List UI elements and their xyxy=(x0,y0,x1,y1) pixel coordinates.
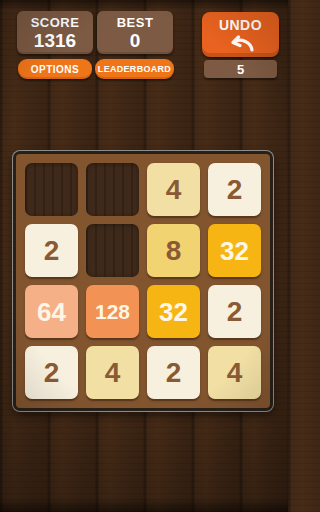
tile-32: 32 xyxy=(208,224,261,277)
best-value: 0 xyxy=(130,30,141,51)
tile-2: 2 xyxy=(147,346,200,399)
options-button[interactable]: OPTIONS xyxy=(18,59,92,79)
empty-cell xyxy=(86,163,139,216)
score-value: 1316 xyxy=(34,30,76,51)
undo-count-badge: 5 xyxy=(204,60,277,78)
empty-cell xyxy=(86,224,139,277)
tile-4: 4 xyxy=(147,163,200,216)
undo-label: UNDO xyxy=(219,17,262,33)
leaderboard-button[interactable]: LEADERBOARD xyxy=(95,59,174,79)
tile-64: 64 xyxy=(25,285,78,338)
undo-arrow-icon xyxy=(227,34,255,52)
tile-2: 2 xyxy=(25,224,78,277)
tile-32: 32 xyxy=(147,285,200,338)
tile-2: 2 xyxy=(208,163,261,216)
tile-4: 4 xyxy=(208,346,261,399)
undo-button[interactable]: UNDO xyxy=(202,12,279,57)
tile-8: 8 xyxy=(147,224,200,277)
game-board[interactable]: 422832641283222424 xyxy=(13,151,273,411)
tile-2: 2 xyxy=(208,285,261,338)
best-panel: BEST 0 xyxy=(97,11,173,54)
tile-128: 128 xyxy=(86,285,139,338)
tile-4: 4 xyxy=(86,346,139,399)
score-panel: SCORE 1316 xyxy=(17,11,93,54)
score-label: SCORE xyxy=(31,15,80,30)
best-label: BEST xyxy=(117,15,154,30)
empty-cell xyxy=(25,163,78,216)
tile-2: 2 xyxy=(25,346,78,399)
